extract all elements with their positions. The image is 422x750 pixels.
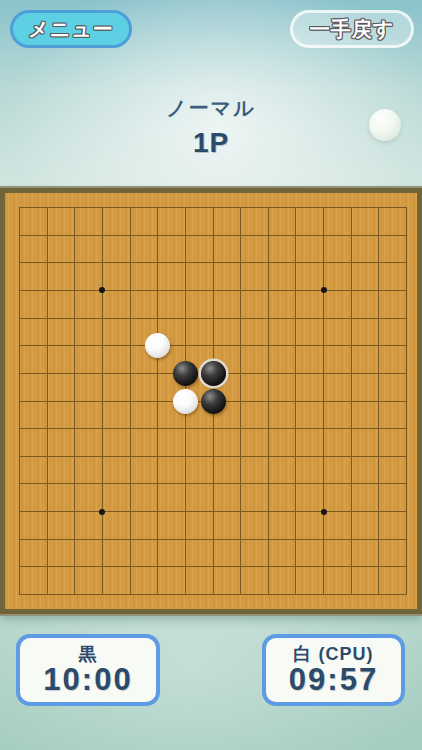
difficulty-mode-label: ノーマル <box>0 95 422 122</box>
black-clock-label: 黒 <box>79 644 98 664</box>
star-point <box>321 509 327 515</box>
black-player-clock: 黒 10:00 <box>16 634 160 706</box>
go-board[interactable] <box>0 188 422 614</box>
black-stone-last-move <box>201 361 226 386</box>
undo-move-button[interactable]: 一手戻す <box>290 10 414 48</box>
white-clock-label: 白 (CPU) <box>294 644 374 664</box>
white-stone <box>173 389 198 414</box>
player-count-label: 1P <box>0 127 422 159</box>
black-stone <box>201 389 226 414</box>
menu-button[interactable]: メニュー <box>10 10 132 48</box>
white-clock-time: 09:57 <box>289 664 378 696</box>
white-turn-indicator-stone <box>369 109 401 141</box>
black-clock-time: 10:00 <box>43 664 132 696</box>
white-cpu-clock: 白 (CPU) 09:57 <box>262 634 405 706</box>
app-screen: メニュー 一手戻す ノーマル 1P 黒 10:00 白 (CPU) 09:57 <box>0 0 422 750</box>
black-stone <box>173 361 198 386</box>
